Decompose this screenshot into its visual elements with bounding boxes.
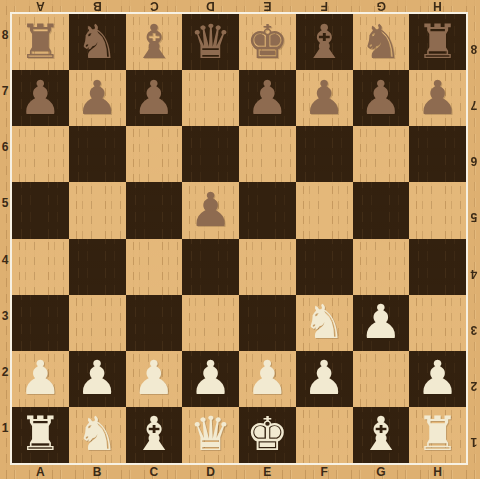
square-b6[interactable] [69,126,126,182]
rank-label-8: 8 [0,14,10,70]
square-e7[interactable]: ♟ [239,70,296,126]
square-f3[interactable]: ♞ [296,295,353,351]
square-g2[interactable] [353,351,410,407]
piece-black-pawn: ♟ [417,74,459,121]
file-label-a: A [12,464,69,479]
rank-label-7: 7 [0,70,10,126]
square-b7[interactable]: ♟ [69,70,126,126]
rank-label-2: 2 [468,351,480,407]
square-g4[interactable] [353,239,410,295]
rank-label-3: 3 [468,295,480,351]
piece-white-bishop: ♝ [133,410,175,457]
rank-label-6: 6 [0,126,10,182]
piece-white-queen: ♛ [190,410,232,457]
square-b4[interactable] [69,239,126,295]
piece-black-pawn: ♟ [246,74,288,121]
square-a1[interactable]: ♜ [12,407,69,463]
piece-white-pawn: ♟ [417,354,459,401]
piece-white-pawn: ♟ [303,354,345,401]
file-labels-bottom: ABCDEFGH [12,464,466,479]
square-d2[interactable]: ♟ [182,351,239,407]
square-g1[interactable]: ♝ [353,407,410,463]
rank-label-4: 4 [468,239,480,295]
piece-black-pawn: ♟ [360,74,402,121]
square-f8[interactable]: ♝ [296,14,353,70]
piece-white-pawn: ♟ [133,354,175,401]
square-b3[interactable] [69,295,126,351]
square-e5[interactable] [239,182,296,238]
rank-label-7: 7 [468,70,480,126]
square-e3[interactable] [239,295,296,351]
square-h2[interactable]: ♟ [409,351,466,407]
piece-white-king: ♚ [246,410,288,457]
rank-label-3: 3 [0,295,10,351]
piece-black-knight: ♞ [76,18,118,65]
rank-label-5: 5 [468,182,480,238]
piece-black-knight: ♞ [360,18,402,65]
file-label-d: D [182,464,239,479]
square-c6[interactable] [126,126,183,182]
rank-label-4: 4 [0,239,10,295]
piece-white-bishop: ♝ [360,410,402,457]
square-a6[interactable] [12,126,69,182]
square-e2[interactable]: ♟ [239,351,296,407]
rank-labels-right: 87654321 [468,14,480,463]
square-g3[interactable]: ♟ [353,295,410,351]
square-a4[interactable] [12,239,69,295]
piece-white-rook: ♜ [417,410,459,457]
square-d6[interactable] [182,126,239,182]
square-a7[interactable]: ♟ [12,70,69,126]
file-label-h: H [409,464,466,479]
square-c8[interactable]: ♝ [126,14,183,70]
square-f6[interactable] [296,126,353,182]
piece-black-pawn: ♟ [133,74,175,121]
piece-white-knight: ♞ [76,410,118,457]
square-h3[interactable] [409,295,466,351]
square-c1[interactable]: ♝ [126,407,183,463]
piece-black-king: ♚ [246,18,288,65]
file-label-c: C [126,464,183,479]
square-a5[interactable] [12,182,69,238]
square-h7[interactable]: ♟ [409,70,466,126]
piece-white-pawn: ♟ [190,354,232,401]
square-c2[interactable]: ♟ [126,351,183,407]
square-h1[interactable]: ♜ [409,407,466,463]
square-c7[interactable]: ♟ [126,70,183,126]
square-g7[interactable]: ♟ [353,70,410,126]
rank-label-6: 6 [468,126,480,182]
square-b8[interactable]: ♞ [69,14,126,70]
piece-black-pawn: ♟ [190,186,232,233]
square-d4[interactable] [182,239,239,295]
square-f2[interactable]: ♟ [296,351,353,407]
piece-white-pawn: ♟ [246,354,288,401]
piece-black-queen: ♛ [190,18,232,65]
piece-black-pawn: ♟ [303,74,345,121]
piece-white-pawn: ♟ [76,354,118,401]
square-h5[interactable] [409,182,466,238]
square-d5[interactable]: ♟ [182,182,239,238]
square-c4[interactable] [126,239,183,295]
file-label-f: F [296,464,353,479]
piece-white-pawn: ♟ [19,354,61,401]
rank-label-1: 1 [468,407,480,463]
square-a2[interactable]: ♟ [12,351,69,407]
rank-label-1: 1 [0,407,10,463]
piece-black-bishop: ♝ [303,18,345,65]
square-f1[interactable] [296,407,353,463]
rank-label-2: 2 [0,351,10,407]
square-c5[interactable] [126,182,183,238]
square-d7[interactable] [182,70,239,126]
square-b5[interactable] [69,182,126,238]
piece-white-pawn: ♟ [360,298,402,345]
square-e1[interactable]: ♚ [239,407,296,463]
file-labels-top: ABCDEFGH [12,0,466,12]
square-d3[interactable] [182,295,239,351]
square-g8[interactable]: ♞ [353,14,410,70]
piece-black-rook: ♜ [417,18,459,65]
piece-black-rook: ♜ [19,18,61,65]
square-d8[interactable]: ♛ [182,14,239,70]
rank-label-5: 5 [0,182,10,238]
square-g5[interactable] [353,182,410,238]
square-d1[interactable]: ♛ [182,407,239,463]
square-f4[interactable] [296,239,353,295]
piece-white-knight: ♞ [303,298,345,345]
square-h6[interactable] [409,126,466,182]
file-label-g: G [353,464,410,479]
file-label-b: B [69,464,126,479]
rank-labels-left: 87654321 [0,14,10,463]
square-f5[interactable] [296,182,353,238]
piece-black-pawn: ♟ [76,74,118,121]
chess-board-frame: ABCDEFGH ABCDEFGH 87654321 87654321 ♜♞♝♛… [0,0,480,479]
square-h8[interactable]: ♜ [409,14,466,70]
square-b1[interactable]: ♞ [69,407,126,463]
square-a3[interactable] [12,295,69,351]
square-b2[interactable]: ♟ [69,351,126,407]
piece-black-pawn: ♟ [19,74,61,121]
chess-board: ♜♞♝♛♚♝♞♜♟♟♟♟♟♟♟♟♞♟♟♟♟♟♟♟♟♜♞♝♛♚♝♜ [10,12,468,465]
square-f7[interactable]: ♟ [296,70,353,126]
square-a8[interactable]: ♜ [12,14,69,70]
file-label-e: E [239,464,296,479]
piece-black-bishop: ♝ [133,18,175,65]
rank-label-8: 8 [468,14,480,70]
piece-white-rook: ♜ [19,410,61,457]
square-g6[interactable] [353,126,410,182]
square-e8[interactable]: ♚ [239,14,296,70]
square-c3[interactable] [126,295,183,351]
square-e4[interactable] [239,239,296,295]
square-e6[interactable] [239,126,296,182]
square-h4[interactable] [409,239,466,295]
